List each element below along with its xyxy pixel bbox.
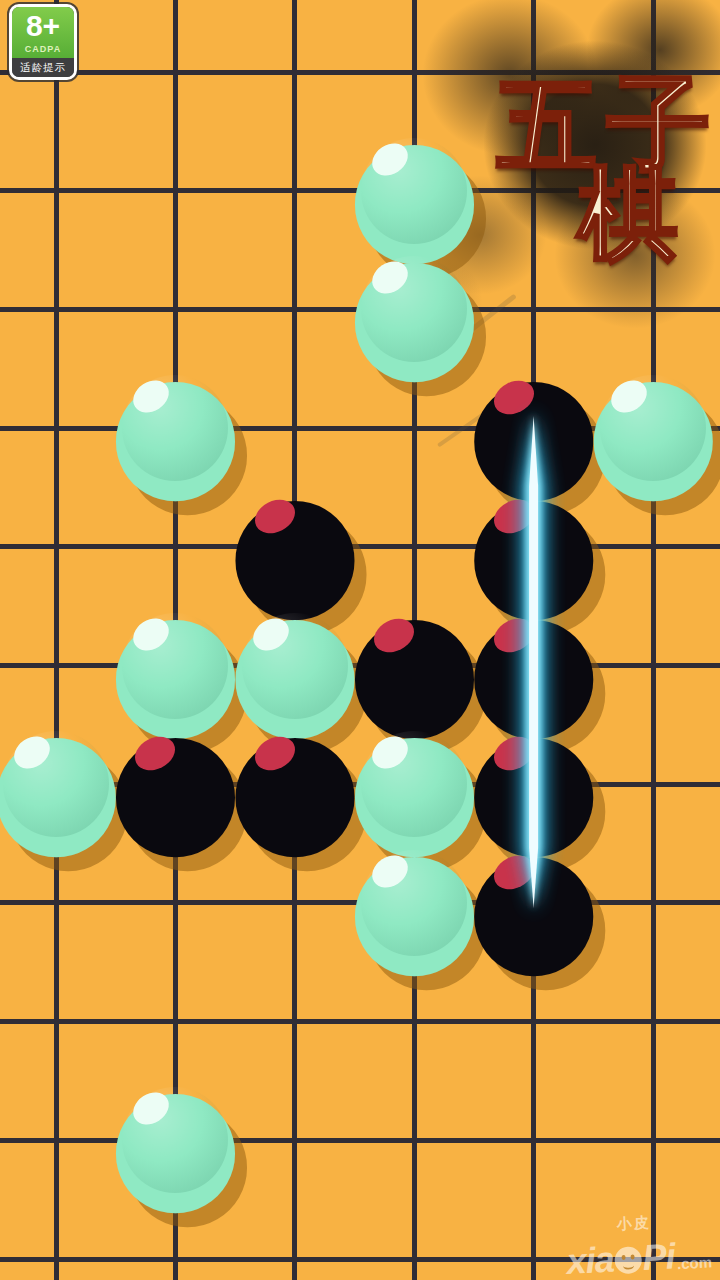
stone-glyph: ● <box>107 706 243 862</box>
age-rating-org: CADPA <box>12 44 74 54</box>
stone-glyph: ● <box>227 706 363 862</box>
stone-green: ● <box>116 369 234 487</box>
age-rating-value: 8+ <box>12 10 74 42</box>
stone-glyph: ● <box>466 825 602 981</box>
age-rating-badge: 8+ CADPA 适龄提示 <box>9 4 77 80</box>
grid-line-h-10 <box>0 1257 720 1262</box>
game-screen: ●●●●●●●●●●●●●●●●●●● 五 子 棋 8+ CADPA 适龄提示 … <box>0 0 720 1280</box>
age-rating-top: 8+ CADPA <box>12 7 74 58</box>
stone-green: ● <box>355 844 473 962</box>
stone-green: ● <box>116 1081 234 1199</box>
grid-line-h-0 <box>0 70 720 75</box>
stone-black: ● <box>236 725 354 843</box>
age-rating-label: 适龄提示 <box>12 58 74 77</box>
stone-black: ● <box>475 844 593 962</box>
stone-green: ● <box>0 725 115 843</box>
stone-black: ● <box>116 725 234 843</box>
grid-line-h-8 <box>0 1019 720 1024</box>
board[interactable]: ●●●●●●●●●●●●●●●●●●● <box>0 0 720 1280</box>
stone-green: ● <box>594 369 712 487</box>
stone-green: ● <box>355 250 473 368</box>
